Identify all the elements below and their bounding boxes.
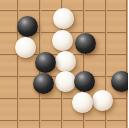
white-stone bbox=[52, 30, 73, 51]
go-board[interactable] bbox=[0, 0, 128, 128]
black-stone bbox=[111, 71, 129, 92]
white-stone bbox=[55, 71, 76, 92]
grid-vline bbox=[126, 0, 128, 128]
black-stone bbox=[74, 71, 95, 92]
black-stone bbox=[17, 16, 38, 37]
white-stone bbox=[72, 92, 93, 113]
white-stone bbox=[55, 51, 76, 72]
grid-hline bbox=[0, 120, 128, 122]
white-stone bbox=[53, 8, 74, 29]
white-stone bbox=[15, 37, 36, 58]
white-stone bbox=[92, 90, 113, 111]
black-stone bbox=[33, 73, 54, 94]
black-stone bbox=[35, 52, 56, 73]
black-stone bbox=[75, 33, 96, 54]
